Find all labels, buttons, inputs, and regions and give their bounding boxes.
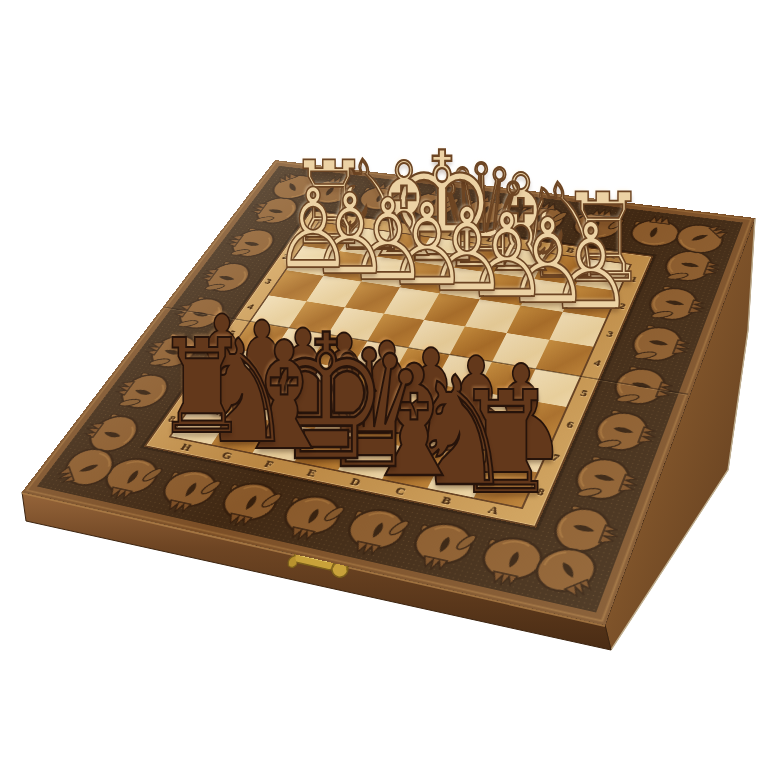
photo-stage: HHGGFFEEDDCCBBAA1122334455667788 ♖♘♗♕♔♗♘… xyxy=(0,0,780,780)
